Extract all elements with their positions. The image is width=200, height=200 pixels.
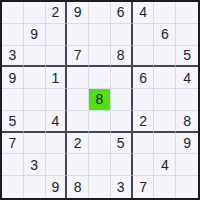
cell-r3c5[interactable] [89, 46, 111, 68]
cell-r2c1[interactable] [2, 24, 24, 46]
cell-r6c6[interactable] [111, 111, 133, 133]
cell-r6c5[interactable] [89, 111, 111, 133]
cell-r3c8[interactable] [154, 46, 176, 68]
cell-r1c9[interactable] [176, 2, 198, 24]
cell-r7c9[interactable]: 9 [176, 133, 198, 155]
cell-r8c5[interactable] [89, 154, 111, 176]
cell-r7c1[interactable]: 7 [2, 133, 24, 155]
cell-r2c2[interactable]: 9 [24, 24, 46, 46]
cell-r9c2[interactable] [24, 176, 46, 198]
cell-r1c7[interactable]: 4 [133, 2, 155, 24]
cell-r5c1[interactable] [2, 89, 24, 111]
cell-r8c1[interactable] [2, 154, 24, 176]
cell-r3c2[interactable] [24, 46, 46, 68]
cell-r9c4[interactable]: 8 [67, 176, 89, 198]
cell-r6c7[interactable]: 2 [133, 111, 155, 133]
cell-r5c8[interactable] [154, 89, 176, 111]
sudoku-board: 29649637859164854287259349837 [0, 0, 200, 200]
cell-r4c3[interactable]: 1 [46, 67, 68, 89]
cell-r9c1[interactable] [2, 176, 24, 198]
cell-r7c6[interactable]: 5 [111, 133, 133, 155]
cell-r5c4[interactable] [67, 89, 89, 111]
cell-r1c1[interactable] [2, 2, 24, 24]
cell-r5c3[interactable] [46, 89, 68, 111]
cell-r6c4[interactable] [67, 111, 89, 133]
cell-r3c4[interactable]: 7 [67, 46, 89, 68]
cell-r1c2[interactable] [24, 2, 46, 24]
cell-r2c8[interactable]: 6 [154, 24, 176, 46]
cell-r1c8[interactable] [154, 2, 176, 24]
cell-r7c8[interactable] [154, 133, 176, 155]
cell-r4c7[interactable]: 6 [133, 67, 155, 89]
cell-r2c5[interactable] [89, 24, 111, 46]
cell-r5c2[interactable] [24, 89, 46, 111]
cell-r4c1[interactable]: 9 [2, 67, 24, 89]
cell-r7c2[interactable] [24, 133, 46, 155]
cell-r8c2[interactable]: 3 [24, 154, 46, 176]
cell-r5c6[interactable] [111, 89, 133, 111]
cell-r9c6[interactable]: 3 [111, 176, 133, 198]
cell-r7c4[interactable]: 2 [67, 133, 89, 155]
cell-r6c2[interactable] [24, 111, 46, 133]
cell-r7c5[interactable] [89, 133, 111, 155]
cell-r9c7[interactable]: 7 [133, 176, 155, 198]
cell-r8c6[interactable] [111, 154, 133, 176]
cell-r8c8[interactable]: 4 [154, 154, 176, 176]
cell-r8c7[interactable] [133, 154, 155, 176]
cell-r2c9[interactable] [176, 24, 198, 46]
cell-r7c3[interactable] [46, 133, 68, 155]
cell-r1c5[interactable] [89, 2, 111, 24]
cell-r6c3[interactable]: 4 [46, 111, 68, 133]
cell-r8c9[interactable] [176, 154, 198, 176]
cell-r9c9[interactable] [176, 176, 198, 198]
cell-r5c9[interactable] [176, 89, 198, 111]
cell-r2c3[interactable] [46, 24, 68, 46]
cell-r5c7[interactable] [133, 89, 155, 111]
cell-r2c7[interactable] [133, 24, 155, 46]
cell-r6c1[interactable]: 5 [2, 111, 24, 133]
cell-r3c1[interactable]: 3 [2, 46, 24, 68]
cell-r3c7[interactable] [133, 46, 155, 68]
cell-r4c4[interactable] [67, 67, 89, 89]
cell-r9c5[interactable] [89, 176, 111, 198]
cell-r4c5[interactable] [89, 67, 111, 89]
cell-r4c9[interactable]: 4 [176, 67, 198, 89]
cell-r3c9[interactable]: 5 [176, 46, 198, 68]
cell-r9c3[interactable]: 9 [46, 176, 68, 198]
cell-r4c8[interactable] [154, 67, 176, 89]
cell-r3c6[interactable]: 8 [111, 46, 133, 68]
cell-r1c6[interactable]: 6 [111, 2, 133, 24]
cell-r2c6[interactable] [111, 24, 133, 46]
cell-r7c7[interactable] [133, 133, 155, 155]
cell-r1c3[interactable]: 2 [46, 2, 68, 24]
cell-r6c9[interactable]: 8 [176, 111, 198, 133]
cell-r6c8[interactable] [154, 111, 176, 133]
cell-r1c4[interactable]: 9 [67, 2, 89, 24]
selected-cell-r5c5[interactable]: 8 [89, 89, 111, 111]
cell-r4c2[interactable] [24, 67, 46, 89]
cell-r8c4[interactable] [67, 154, 89, 176]
cell-r3c3[interactable] [46, 46, 68, 68]
cell-r2c4[interactable] [67, 24, 89, 46]
cell-r4c6[interactable] [111, 67, 133, 89]
cell-r9c8[interactable] [154, 176, 176, 198]
cell-r8c3[interactable] [46, 154, 68, 176]
